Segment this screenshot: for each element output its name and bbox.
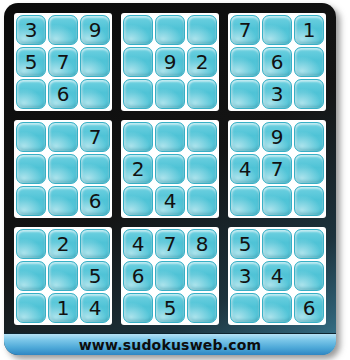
cell-r7c2[interactable]: 2 [48, 229, 78, 259]
cell-r6c7[interactable] [230, 186, 260, 216]
sudoku-box-2-2: 24 [121, 120, 219, 218]
sudoku-box-1-3: 7163 [228, 13, 326, 111]
site-url-link[interactable]: www.sudokusweb.com [79, 337, 262, 353]
cell-r6c8[interactable] [262, 186, 292, 216]
cell-r6c4[interactable] [123, 186, 153, 216]
cell-r5c4[interactable]: 2 [123, 154, 153, 184]
cell-r3c4[interactable] [123, 79, 153, 109]
cell-r6c5[interactable]: 4 [155, 186, 185, 216]
cell-r1c1[interactable]: 3 [16, 15, 46, 45]
cell-r3c3[interactable] [80, 79, 110, 109]
cell-r9c6[interactable] [187, 293, 217, 323]
page: 3957692716376249472514478655346 www.sudo… [0, 0, 350, 360]
cell-r2c8[interactable]: 6 [262, 47, 292, 77]
cell-r8c2[interactable] [48, 261, 78, 291]
sudoku-box-3-2: 47865 [121, 227, 219, 325]
cell-r2c7[interactable] [230, 47, 260, 77]
cell-r1c7[interactable]: 7 [230, 15, 260, 45]
cell-r2c9[interactable] [294, 47, 324, 77]
footer-bar: www.sudokusweb.com [4, 333, 336, 355]
cell-r5c8[interactable]: 7 [262, 154, 292, 184]
cell-r8c3[interactable]: 5 [80, 261, 110, 291]
sudoku-box-2-3: 947 [228, 120, 326, 218]
cell-r6c9[interactable] [294, 186, 324, 216]
cell-r7c6[interactable]: 8 [187, 229, 217, 259]
cell-r9c3[interactable]: 4 [80, 293, 110, 323]
cell-r8c1[interactable] [16, 261, 46, 291]
cell-r4c3[interactable]: 7 [80, 122, 110, 152]
cell-r1c4[interactable] [123, 15, 153, 45]
cell-r1c5[interactable] [155, 15, 185, 45]
cell-r4c1[interactable] [16, 122, 46, 152]
cell-r3c2[interactable]: 6 [48, 79, 78, 109]
cell-r3c6[interactable] [187, 79, 217, 109]
cell-r9c7[interactable] [230, 293, 260, 323]
cell-r8c6[interactable] [187, 261, 217, 291]
cell-r4c5[interactable] [155, 122, 185, 152]
cell-r8c5[interactable] [155, 261, 185, 291]
cell-r2c1[interactable]: 5 [16, 47, 46, 77]
cell-r9c4[interactable] [123, 293, 153, 323]
cell-r3c1[interactable] [16, 79, 46, 109]
cell-r2c5[interactable]: 9 [155, 47, 185, 77]
cell-r5c9[interactable] [294, 154, 324, 184]
sudoku-grid: 3957692716376249472514478655346 [4, 3, 336, 333]
cell-r7c7[interactable]: 5 [230, 229, 260, 259]
cell-r7c4[interactable]: 4 [123, 229, 153, 259]
sudoku-box-1-1: 39576 [14, 13, 112, 111]
cell-r6c3[interactable]: 6 [80, 186, 110, 216]
cell-r7c9[interactable] [294, 229, 324, 259]
cell-r4c2[interactable] [48, 122, 78, 152]
cell-r5c2[interactable] [48, 154, 78, 184]
cell-r2c4[interactable] [123, 47, 153, 77]
cell-r9c5[interactable]: 5 [155, 293, 185, 323]
sudoku-box-1-2: 92 [121, 13, 219, 111]
cell-r2c6[interactable]: 2 [187, 47, 217, 77]
cell-r3c7[interactable] [230, 79, 260, 109]
cell-r9c9[interactable]: 6 [294, 293, 324, 323]
cell-r5c1[interactable] [16, 154, 46, 184]
cell-r9c1[interactable] [16, 293, 46, 323]
cell-r5c5[interactable] [155, 154, 185, 184]
cell-r1c2[interactable] [48, 15, 78, 45]
cell-r4c9[interactable] [294, 122, 324, 152]
cell-r5c3[interactable] [80, 154, 110, 184]
cell-r7c3[interactable] [80, 229, 110, 259]
cell-r2c3[interactable] [80, 47, 110, 77]
cell-r4c4[interactable] [123, 122, 153, 152]
cell-r7c1[interactable] [16, 229, 46, 259]
sudoku-box-3-3: 5346 [228, 227, 326, 325]
cell-r4c8[interactable]: 9 [262, 122, 292, 152]
cell-r1c8[interactable] [262, 15, 292, 45]
cell-r8c9[interactable] [294, 261, 324, 291]
cell-r5c6[interactable] [187, 154, 217, 184]
cell-r4c6[interactable] [187, 122, 217, 152]
cell-r7c8[interactable] [262, 229, 292, 259]
cell-r1c6[interactable] [187, 15, 217, 45]
cell-r1c9[interactable]: 1 [294, 15, 324, 45]
cell-r8c7[interactable]: 3 [230, 261, 260, 291]
cell-r3c9[interactable] [294, 79, 324, 109]
cell-r6c1[interactable] [16, 186, 46, 216]
cell-r5c7[interactable]: 4 [230, 154, 260, 184]
cell-r8c4[interactable]: 6 [123, 261, 153, 291]
sudoku-board: 3957692716376249472514478655346 www.sudo… [4, 3, 336, 355]
cell-r3c5[interactable] [155, 79, 185, 109]
cell-r8c8[interactable]: 4 [262, 261, 292, 291]
cell-r6c6[interactable] [187, 186, 217, 216]
cell-r4c7[interactable] [230, 122, 260, 152]
cell-r3c8[interactable]: 3 [262, 79, 292, 109]
cell-r9c8[interactable] [262, 293, 292, 323]
cell-r1c3[interactable]: 9 [80, 15, 110, 45]
cell-r2c2[interactable]: 7 [48, 47, 78, 77]
sudoku-box-2-1: 76 [14, 120, 112, 218]
cell-r9c2[interactable]: 1 [48, 293, 78, 323]
sudoku-box-3-1: 2514 [14, 227, 112, 325]
cell-r6c2[interactable] [48, 186, 78, 216]
cell-r7c5[interactable]: 7 [155, 229, 185, 259]
